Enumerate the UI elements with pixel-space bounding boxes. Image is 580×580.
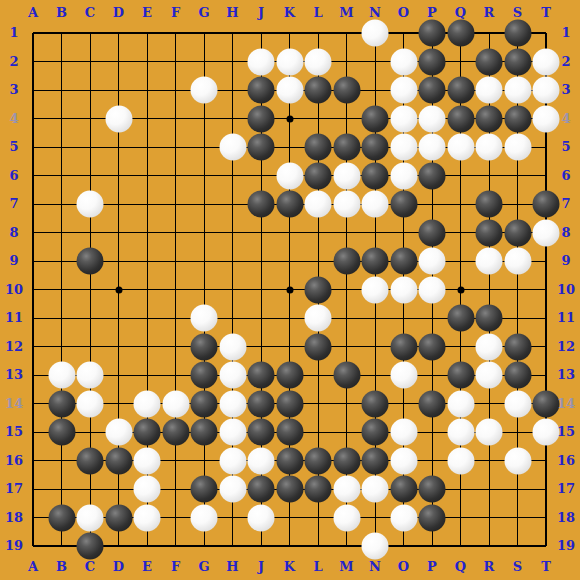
intersection-M16[interactable] (332, 446, 361, 475)
intersection-D11[interactable] (104, 304, 133, 333)
intersection-J12[interactable] (247, 332, 276, 361)
intersection-G19[interactable] (190, 532, 219, 561)
intersection-N14[interactable] (361, 389, 390, 418)
intersection-K14[interactable] (275, 389, 304, 418)
intersection-D8[interactable] (104, 218, 133, 247)
intersection-C17[interactable] (76, 475, 105, 504)
intersection-C8[interactable] (76, 218, 105, 247)
intersection-R6[interactable] (475, 161, 504, 190)
intersection-O8[interactable] (389, 218, 418, 247)
intersection-J3[interactable] (247, 76, 276, 105)
intersection-Q3[interactable] (446, 76, 475, 105)
intersection-C6[interactable] (76, 161, 105, 190)
intersection-N17[interactable] (361, 475, 390, 504)
intersection-E7[interactable] (133, 190, 162, 219)
intersection-N1[interactable] (361, 19, 390, 48)
intersection-R8[interactable] (475, 218, 504, 247)
intersection-J13[interactable] (247, 361, 276, 390)
intersection-M3[interactable] (332, 76, 361, 105)
intersection-N11[interactable] (361, 304, 390, 333)
intersection-N19[interactable] (361, 532, 390, 561)
intersection-L18[interactable] (304, 503, 333, 532)
intersection-J17[interactable] (247, 475, 276, 504)
intersection-N15[interactable] (361, 418, 390, 447)
intersection-O7[interactable] (389, 190, 418, 219)
intersection-F15[interactable] (161, 418, 190, 447)
intersection-B17[interactable] (47, 475, 76, 504)
intersection-N12[interactable] (361, 332, 390, 361)
intersection-Q4[interactable] (446, 104, 475, 133)
intersection-G9[interactable] (190, 247, 219, 276)
intersection-D7[interactable] (104, 190, 133, 219)
intersection-D12[interactable] (104, 332, 133, 361)
intersection-N6[interactable] (361, 161, 390, 190)
intersection-E12[interactable] (133, 332, 162, 361)
intersection-B3[interactable] (47, 76, 76, 105)
intersection-D9[interactable] (104, 247, 133, 276)
intersection-H15[interactable] (218, 418, 247, 447)
intersection-L9[interactable] (304, 247, 333, 276)
intersection-L15[interactable] (304, 418, 333, 447)
intersection-H18[interactable] (218, 503, 247, 532)
intersection-C13[interactable] (76, 361, 105, 390)
intersection-E9[interactable] (133, 247, 162, 276)
intersection-J18[interactable] (247, 503, 276, 532)
intersection-N10[interactable] (361, 275, 390, 304)
intersection-F4[interactable] (161, 104, 190, 133)
intersection-K18[interactable] (275, 503, 304, 532)
intersection-E8[interactable] (133, 218, 162, 247)
intersection-M1[interactable] (332, 19, 361, 48)
intersection-P13[interactable] (418, 361, 447, 390)
intersection-S14[interactable] (503, 389, 532, 418)
intersection-R14[interactable] (475, 389, 504, 418)
intersection-K5[interactable] (275, 133, 304, 162)
intersection-F10[interactable] (161, 275, 190, 304)
intersection-O2[interactable] (389, 47, 418, 76)
intersection-C14[interactable] (76, 389, 105, 418)
intersection-E10[interactable] (133, 275, 162, 304)
intersection-H14[interactable] (218, 389, 247, 418)
intersection-N5[interactable] (361, 133, 390, 162)
intersection-S1[interactable] (503, 19, 532, 48)
intersection-J14[interactable] (247, 389, 276, 418)
intersection-P17[interactable] (418, 475, 447, 504)
intersection-B1[interactable] (47, 19, 76, 48)
intersection-H13[interactable] (218, 361, 247, 390)
intersection-E16[interactable] (133, 446, 162, 475)
intersection-K2[interactable] (275, 47, 304, 76)
intersection-E2[interactable] (133, 47, 162, 76)
intersection-N2[interactable] (361, 47, 390, 76)
intersection-D5[interactable] (104, 133, 133, 162)
intersection-S15[interactable] (503, 418, 532, 447)
intersection-L16[interactable] (304, 446, 333, 475)
intersection-M15[interactable] (332, 418, 361, 447)
intersection-B10[interactable] (47, 275, 76, 304)
intersection-L10[interactable] (304, 275, 333, 304)
intersection-O3[interactable] (389, 76, 418, 105)
intersection-O13[interactable] (389, 361, 418, 390)
intersection-G10[interactable] (190, 275, 219, 304)
intersection-H17[interactable] (218, 475, 247, 504)
intersection-P4[interactable] (418, 104, 447, 133)
intersection-Q9[interactable] (446, 247, 475, 276)
intersection-O19[interactable] (389, 532, 418, 561)
intersection-F7[interactable] (161, 190, 190, 219)
intersection-B2[interactable] (47, 47, 76, 76)
intersection-S13[interactable] (503, 361, 532, 390)
intersection-O1[interactable] (389, 19, 418, 48)
intersection-S4[interactable] (503, 104, 532, 133)
intersection-S16[interactable] (503, 446, 532, 475)
intersection-R13[interactable] (475, 361, 504, 390)
intersection-M10[interactable] (332, 275, 361, 304)
intersection-K12[interactable] (275, 332, 304, 361)
intersection-O16[interactable] (389, 446, 418, 475)
intersection-O14[interactable] (389, 389, 418, 418)
intersection-P3[interactable] (418, 76, 447, 105)
intersection-Q8[interactable] (446, 218, 475, 247)
intersection-S18[interactable] (503, 503, 532, 532)
intersection-F5[interactable] (161, 133, 190, 162)
intersection-D4[interactable] (104, 104, 133, 133)
intersection-P14[interactable] (418, 389, 447, 418)
intersection-P15[interactable] (418, 418, 447, 447)
intersection-S12[interactable] (503, 332, 532, 361)
intersection-P11[interactable] (418, 304, 447, 333)
intersection-H19[interactable] (218, 532, 247, 561)
intersection-N16[interactable] (361, 446, 390, 475)
intersection-E11[interactable] (133, 304, 162, 333)
intersection-R5[interactable] (475, 133, 504, 162)
intersection-N3[interactable] (361, 76, 390, 105)
intersection-D17[interactable] (104, 475, 133, 504)
intersection-P1[interactable] (418, 19, 447, 48)
intersection-H2[interactable] (218, 47, 247, 76)
intersection-Q17[interactable] (446, 475, 475, 504)
intersection-N4[interactable] (361, 104, 390, 133)
intersection-C18[interactable] (76, 503, 105, 532)
intersection-K19[interactable] (275, 532, 304, 561)
intersection-F8[interactable] (161, 218, 190, 247)
intersection-Q1[interactable] (446, 19, 475, 48)
intersection-O6[interactable] (389, 161, 418, 190)
intersection-S8[interactable] (503, 218, 532, 247)
intersection-N13[interactable] (361, 361, 390, 390)
intersection-S7[interactable] (503, 190, 532, 219)
intersection-Q12[interactable] (446, 332, 475, 361)
intersection-R3[interactable] (475, 76, 504, 105)
intersection-M5[interactable] (332, 133, 361, 162)
intersection-J2[interactable] (247, 47, 276, 76)
intersection-O17[interactable] (389, 475, 418, 504)
intersection-J8[interactable] (247, 218, 276, 247)
intersection-K13[interactable] (275, 361, 304, 390)
intersection-Q5[interactable] (446, 133, 475, 162)
intersection-F9[interactable] (161, 247, 190, 276)
intersection-H16[interactable] (218, 446, 247, 475)
intersection-G12[interactable] (190, 332, 219, 361)
intersection-B4[interactable] (47, 104, 76, 133)
intersection-D18[interactable] (104, 503, 133, 532)
intersection-Q19[interactable] (446, 532, 475, 561)
intersection-L13[interactable] (304, 361, 333, 390)
intersection-Q6[interactable] (446, 161, 475, 190)
intersection-S17[interactable] (503, 475, 532, 504)
intersection-Q14[interactable] (446, 389, 475, 418)
intersection-M8[interactable] (332, 218, 361, 247)
intersection-K15[interactable] (275, 418, 304, 447)
intersection-E6[interactable] (133, 161, 162, 190)
intersection-C16[interactable] (76, 446, 105, 475)
intersection-J15[interactable] (247, 418, 276, 447)
intersection-D3[interactable] (104, 76, 133, 105)
intersection-Q2[interactable] (446, 47, 475, 76)
intersection-J11[interactable] (247, 304, 276, 333)
intersection-L2[interactable] (304, 47, 333, 76)
intersection-C1[interactable] (76, 19, 105, 48)
intersection-E14[interactable] (133, 389, 162, 418)
intersection-N7[interactable] (361, 190, 390, 219)
intersection-D14[interactable] (104, 389, 133, 418)
intersection-G15[interactable] (190, 418, 219, 447)
intersection-H10[interactable] (218, 275, 247, 304)
intersection-G13[interactable] (190, 361, 219, 390)
intersection-H3[interactable] (218, 76, 247, 105)
intersection-C9[interactable] (76, 247, 105, 276)
intersection-L3[interactable] (304, 76, 333, 105)
intersection-R1[interactable] (475, 19, 504, 48)
intersection-Q7[interactable] (446, 190, 475, 219)
intersection-P5[interactable] (418, 133, 447, 162)
intersection-S11[interactable] (503, 304, 532, 333)
intersection-G2[interactable] (190, 47, 219, 76)
intersection-P16[interactable] (418, 446, 447, 475)
intersection-E4[interactable] (133, 104, 162, 133)
intersection-N18[interactable] (361, 503, 390, 532)
intersection-F12[interactable] (161, 332, 190, 361)
intersection-H9[interactable] (218, 247, 247, 276)
intersection-G18[interactable] (190, 503, 219, 532)
intersection-C19[interactable] (76, 532, 105, 561)
intersection-F17[interactable] (161, 475, 190, 504)
intersection-R17[interactable] (475, 475, 504, 504)
intersection-J19[interactable] (247, 532, 276, 561)
intersection-H12[interactable] (218, 332, 247, 361)
intersection-G6[interactable] (190, 161, 219, 190)
intersection-M19[interactable] (332, 532, 361, 561)
intersection-H4[interactable] (218, 104, 247, 133)
intersection-H7[interactable] (218, 190, 247, 219)
intersection-R18[interactable] (475, 503, 504, 532)
intersection-S19[interactable] (503, 532, 532, 561)
intersection-M18[interactable] (332, 503, 361, 532)
intersection-R19[interactable] (475, 532, 504, 561)
intersection-M13[interactable] (332, 361, 361, 390)
intersection-S9[interactable] (503, 247, 532, 276)
intersection-P10[interactable] (418, 275, 447, 304)
intersection-F3[interactable] (161, 76, 190, 105)
intersection-R16[interactable] (475, 446, 504, 475)
intersection-D10[interactable] (104, 275, 133, 304)
intersection-O11[interactable] (389, 304, 418, 333)
intersection-G4[interactable] (190, 104, 219, 133)
intersection-G1[interactable] (190, 19, 219, 48)
intersection-L5[interactable] (304, 133, 333, 162)
intersection-H11[interactable] (218, 304, 247, 333)
intersection-B15[interactable] (47, 418, 76, 447)
intersection-L8[interactable] (304, 218, 333, 247)
intersection-E18[interactable] (133, 503, 162, 532)
intersection-K4[interactable] (275, 104, 304, 133)
intersection-H6[interactable] (218, 161, 247, 190)
intersection-J1[interactable] (247, 19, 276, 48)
intersection-F1[interactable] (161, 19, 190, 48)
intersection-Q16[interactable] (446, 446, 475, 475)
intersection-G3[interactable] (190, 76, 219, 105)
intersection-R15[interactable] (475, 418, 504, 447)
intersection-G14[interactable] (190, 389, 219, 418)
intersection-J6[interactable] (247, 161, 276, 190)
intersection-H5[interactable] (218, 133, 247, 162)
intersection-K10[interactable] (275, 275, 304, 304)
intersection-C7[interactable] (76, 190, 105, 219)
intersection-S6[interactable] (503, 161, 532, 190)
intersection-L1[interactable] (304, 19, 333, 48)
intersection-L17[interactable] (304, 475, 333, 504)
intersection-R4[interactable] (475, 104, 504, 133)
intersection-E15[interactable] (133, 418, 162, 447)
intersection-E17[interactable] (133, 475, 162, 504)
intersection-F2[interactable] (161, 47, 190, 76)
intersection-P9[interactable] (418, 247, 447, 276)
intersection-B9[interactable] (47, 247, 76, 276)
intersection-B14[interactable] (47, 389, 76, 418)
intersection-E1[interactable] (133, 19, 162, 48)
intersection-Q13[interactable] (446, 361, 475, 390)
intersection-G17[interactable] (190, 475, 219, 504)
intersection-L19[interactable] (304, 532, 333, 561)
intersection-O10[interactable] (389, 275, 418, 304)
intersection-B16[interactable] (47, 446, 76, 475)
intersection-L12[interactable] (304, 332, 333, 361)
intersection-Q10[interactable] (446, 275, 475, 304)
intersection-F16[interactable] (161, 446, 190, 475)
intersection-O18[interactable] (389, 503, 418, 532)
intersection-J5[interactable] (247, 133, 276, 162)
intersection-E19[interactable] (133, 532, 162, 561)
intersection-E13[interactable] (133, 361, 162, 390)
intersection-R2[interactable] (475, 47, 504, 76)
intersection-F11[interactable] (161, 304, 190, 333)
intersection-G11[interactable] (190, 304, 219, 333)
intersection-K11[interactable] (275, 304, 304, 333)
intersection-K3[interactable] (275, 76, 304, 105)
intersection-D19[interactable] (104, 532, 133, 561)
intersection-R12[interactable] (475, 332, 504, 361)
intersection-C2[interactable] (76, 47, 105, 76)
intersection-D6[interactable] (104, 161, 133, 190)
intersection-J10[interactable] (247, 275, 276, 304)
intersection-N8[interactable] (361, 218, 390, 247)
intersection-G5[interactable] (190, 133, 219, 162)
intersection-L7[interactable] (304, 190, 333, 219)
intersection-M11[interactable] (332, 304, 361, 333)
intersection-E3[interactable] (133, 76, 162, 105)
intersection-S5[interactable] (503, 133, 532, 162)
intersection-Q15[interactable] (446, 418, 475, 447)
intersection-R9[interactable] (475, 247, 504, 276)
intersection-D16[interactable] (104, 446, 133, 475)
intersection-G8[interactable] (190, 218, 219, 247)
intersection-L11[interactable] (304, 304, 333, 333)
intersection-B8[interactable] (47, 218, 76, 247)
intersection-S10[interactable] (503, 275, 532, 304)
intersection-P6[interactable] (418, 161, 447, 190)
intersection-O5[interactable] (389, 133, 418, 162)
intersection-C15[interactable] (76, 418, 105, 447)
intersection-K8[interactable] (275, 218, 304, 247)
intersection-M6[interactable] (332, 161, 361, 190)
intersection-B11[interactable] (47, 304, 76, 333)
intersection-F13[interactable] (161, 361, 190, 390)
intersection-Q11[interactable] (446, 304, 475, 333)
intersection-G7[interactable] (190, 190, 219, 219)
intersection-O4[interactable] (389, 104, 418, 133)
intersection-M7[interactable] (332, 190, 361, 219)
intersection-R11[interactable] (475, 304, 504, 333)
intersection-Q18[interactable] (446, 503, 475, 532)
intersection-M4[interactable] (332, 104, 361, 133)
intersection-C4[interactable] (76, 104, 105, 133)
intersection-K16[interactable] (275, 446, 304, 475)
intersection-D13[interactable] (104, 361, 133, 390)
intersection-G16[interactable] (190, 446, 219, 475)
intersection-D2[interactable] (104, 47, 133, 76)
intersection-F6[interactable] (161, 161, 190, 190)
intersection-O12[interactable] (389, 332, 418, 361)
intersection-F18[interactable] (161, 503, 190, 532)
intersection-R10[interactable] (475, 275, 504, 304)
intersection-M9[interactable] (332, 247, 361, 276)
intersection-C5[interactable] (76, 133, 105, 162)
intersection-D15[interactable] (104, 418, 133, 447)
intersection-O9[interactable] (389, 247, 418, 276)
intersection-B7[interactable] (47, 190, 76, 219)
intersection-J9[interactable] (247, 247, 276, 276)
intersection-M2[interactable] (332, 47, 361, 76)
intersection-C3[interactable] (76, 76, 105, 105)
intersection-K6[interactable] (275, 161, 304, 190)
intersection-H1[interactable] (218, 19, 247, 48)
intersection-K9[interactable] (275, 247, 304, 276)
intersection-P7[interactable] (418, 190, 447, 219)
intersection-B12[interactable] (47, 332, 76, 361)
intersection-P18[interactable] (418, 503, 447, 532)
intersection-F14[interactable] (161, 389, 190, 418)
intersection-C11[interactable] (76, 304, 105, 333)
intersection-P8[interactable] (418, 218, 447, 247)
intersection-B13[interactable] (47, 361, 76, 390)
intersection-H8[interactable] (218, 218, 247, 247)
intersection-J7[interactable] (247, 190, 276, 219)
intersection-F19[interactable] (161, 532, 190, 561)
intersection-E5[interactable] (133, 133, 162, 162)
intersection-K7[interactable] (275, 190, 304, 219)
intersection-M17[interactable] (332, 475, 361, 504)
intersection-S3[interactable] (503, 76, 532, 105)
